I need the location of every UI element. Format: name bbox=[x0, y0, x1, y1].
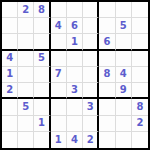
sudoku-cell-r1c4[interactable] bbox=[51, 2, 67, 18]
sudoku-cell-r4c4[interactable] bbox=[51, 51, 67, 67]
sudoku-cell-r7c6[interactable]: 3 bbox=[83, 99, 99, 115]
sudoku-cell-r4c1[interactable]: 4 bbox=[2, 51, 18, 67]
sudoku-cell-r8c8[interactable] bbox=[116, 116, 132, 132]
sudoku-cell-r1c2[interactable]: 2 bbox=[18, 2, 34, 18]
sudoku-cell-r7c9[interactable]: 8 bbox=[132, 99, 148, 115]
sudoku-board: 284651645178423953812142 bbox=[0, 0, 150, 150]
sudoku-cell-r9c9[interactable] bbox=[132, 132, 148, 148]
sudoku-cell-r8c4[interactable] bbox=[51, 116, 67, 132]
sudoku-cell-r5c8[interactable]: 4 bbox=[116, 67, 132, 83]
sudoku-cell-r8c1[interactable] bbox=[2, 116, 18, 132]
sudoku-cell-r2c2[interactable] bbox=[18, 18, 34, 34]
sudoku-cell-r8c6[interactable] bbox=[83, 116, 99, 132]
sudoku-cell-r6c6[interactable] bbox=[83, 83, 99, 99]
sudoku-cell-r4c9[interactable] bbox=[132, 51, 148, 67]
sudoku-cell-r1c5[interactable] bbox=[67, 2, 83, 18]
sudoku-cell-r5c3[interactable] bbox=[34, 67, 50, 83]
sudoku-cell-r3c9[interactable] bbox=[132, 34, 148, 50]
sudoku-cell-r3c8[interactable] bbox=[116, 34, 132, 50]
sudoku-cell-r5c5[interactable] bbox=[67, 67, 83, 83]
sudoku-cell-r8c7[interactable] bbox=[99, 116, 115, 132]
sudoku-cell-r6c2[interactable] bbox=[18, 83, 34, 99]
sudoku-cell-r7c3[interactable] bbox=[34, 99, 50, 115]
sudoku-cell-r5c9[interactable] bbox=[132, 67, 148, 83]
sudoku-cell-r4c7[interactable] bbox=[99, 51, 115, 67]
sudoku-cell-r9c2[interactable] bbox=[18, 132, 34, 148]
sudoku-cell-r2c3[interactable] bbox=[34, 18, 50, 34]
sudoku-cell-r3c5[interactable]: 1 bbox=[67, 34, 83, 50]
sudoku-cell-r5c7[interactable]: 8 bbox=[99, 67, 115, 83]
sudoku-cell-r6c3[interactable] bbox=[34, 83, 50, 99]
sudoku-cell-r7c8[interactable] bbox=[116, 99, 132, 115]
sudoku-cell-r9c1[interactable] bbox=[2, 132, 18, 148]
sudoku-cell-r8c9[interactable]: 2 bbox=[132, 116, 148, 132]
sudoku-cell-r2c4[interactable]: 4 bbox=[51, 18, 67, 34]
sudoku-cell-r8c5[interactable] bbox=[67, 116, 83, 132]
sudoku-cell-r6c7[interactable] bbox=[99, 83, 115, 99]
sudoku-cell-r7c1[interactable] bbox=[2, 99, 18, 115]
sudoku-cell-r2c8[interactable]: 5 bbox=[116, 18, 132, 34]
sudoku-cell-r3c6[interactable] bbox=[83, 34, 99, 50]
sudoku-cell-r4c5[interactable] bbox=[67, 51, 83, 67]
sudoku-cell-r6c9[interactable] bbox=[132, 83, 148, 99]
sudoku-cell-r3c3[interactable] bbox=[34, 34, 50, 50]
sudoku-cell-r7c2[interactable]: 5 bbox=[18, 99, 34, 115]
sudoku-cell-r2c1[interactable] bbox=[2, 18, 18, 34]
sudoku-cell-r1c6[interactable] bbox=[83, 2, 99, 18]
sudoku-cell-r9c6[interactable]: 2 bbox=[83, 132, 99, 148]
sudoku-cell-r9c5[interactable]: 4 bbox=[67, 132, 83, 148]
sudoku-cell-r1c7[interactable] bbox=[99, 2, 115, 18]
sudoku-cell-r4c6[interactable] bbox=[83, 51, 99, 67]
sudoku-cell-r5c1[interactable]: 1 bbox=[2, 67, 18, 83]
sudoku-cell-r1c8[interactable] bbox=[116, 2, 132, 18]
sudoku-cell-r2c5[interactable]: 6 bbox=[67, 18, 83, 34]
sudoku-cell-r1c9[interactable] bbox=[132, 2, 148, 18]
sudoku-cell-r1c3[interactable]: 8 bbox=[34, 2, 50, 18]
sudoku-cell-r2c6[interactable] bbox=[83, 18, 99, 34]
sudoku-cell-r4c2[interactable] bbox=[18, 51, 34, 67]
sudoku-cell-r7c7[interactable] bbox=[99, 99, 115, 115]
sudoku-cell-r8c3[interactable]: 1 bbox=[34, 116, 50, 132]
sudoku-cell-r6c5[interactable]: 3 bbox=[67, 83, 83, 99]
sudoku-cell-r6c1[interactable]: 2 bbox=[2, 83, 18, 99]
sudoku-cell-r3c7[interactable]: 6 bbox=[99, 34, 115, 50]
sudoku-cell-r9c4[interactable]: 1 bbox=[51, 132, 67, 148]
sudoku-cell-r7c5[interactable] bbox=[67, 99, 83, 115]
sudoku-cell-r2c9[interactable] bbox=[132, 18, 148, 34]
sudoku-cell-r4c8[interactable] bbox=[116, 51, 132, 67]
sudoku-cell-r3c2[interactable] bbox=[18, 34, 34, 50]
sudoku-cell-r6c4[interactable] bbox=[51, 83, 67, 99]
sudoku-cell-r7c4[interactable] bbox=[51, 99, 67, 115]
sudoku-cell-r3c4[interactable] bbox=[51, 34, 67, 50]
sudoku-cell-r5c6[interactable] bbox=[83, 67, 99, 83]
sudoku-cell-r4c3[interactable]: 5 bbox=[34, 51, 50, 67]
sudoku-cell-r3c1[interactable] bbox=[2, 34, 18, 50]
sudoku-cell-r5c4[interactable]: 7 bbox=[51, 67, 67, 83]
sudoku-cell-r5c2[interactable] bbox=[18, 67, 34, 83]
sudoku-cell-r9c8[interactable] bbox=[116, 132, 132, 148]
sudoku-cell-r1c1[interactable] bbox=[2, 2, 18, 18]
sudoku-cell-r2c7[interactable] bbox=[99, 18, 115, 34]
sudoku-cell-r8c2[interactable] bbox=[18, 116, 34, 132]
sudoku-cell-r9c3[interactable] bbox=[34, 132, 50, 148]
sudoku-cell-r6c8[interactable]: 9 bbox=[116, 83, 132, 99]
sudoku-cell-r9c7[interactable] bbox=[99, 132, 115, 148]
